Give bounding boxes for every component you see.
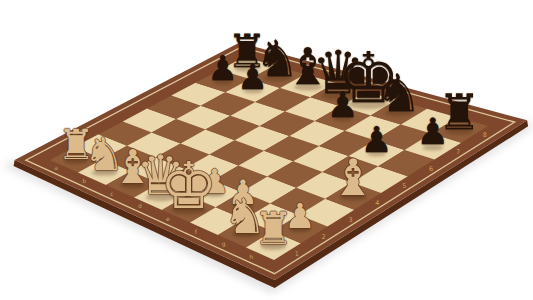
rank-label-7: 7	[456, 148, 460, 156]
rank-label-5: 5	[402, 182, 406, 190]
piece-black-pawn-e7[interactable]: ♟	[327, 88, 359, 124]
piece-black-knight-f8[interactable]: ♞	[375, 67, 422, 119]
rank-label-2: 2	[322, 233, 326, 241]
piece-black-pawn-a7[interactable]: ♟	[207, 51, 238, 86]
rank-label-4: 4	[375, 199, 379, 207]
rank-label-1: 1	[295, 250, 299, 258]
rank-label-6: 6	[429, 165, 433, 173]
piece-white-bishop-h4[interactable]: ♝	[330, 153, 375, 203]
piece-white-king-e1[interactable]: ♚	[160, 153, 218, 217]
rank-label-8: 8	[483, 131, 487, 139]
piece-white-rook-h1[interactable]: ♜	[253, 207, 293, 252]
piece-black-pawn-h7[interactable]: ♟	[416, 115, 449, 152]
chess-photo-scene: abcdefgh12345678 ♜♞♝♛♚♞♜♟♟♟♝♜♞♝♛♚♞♜♟♟♟♟♟	[0, 0, 533, 300]
piece-black-pawn-b7[interactable]: ♟	[237, 60, 268, 95]
rank-label-3: 3	[348, 216, 352, 224]
